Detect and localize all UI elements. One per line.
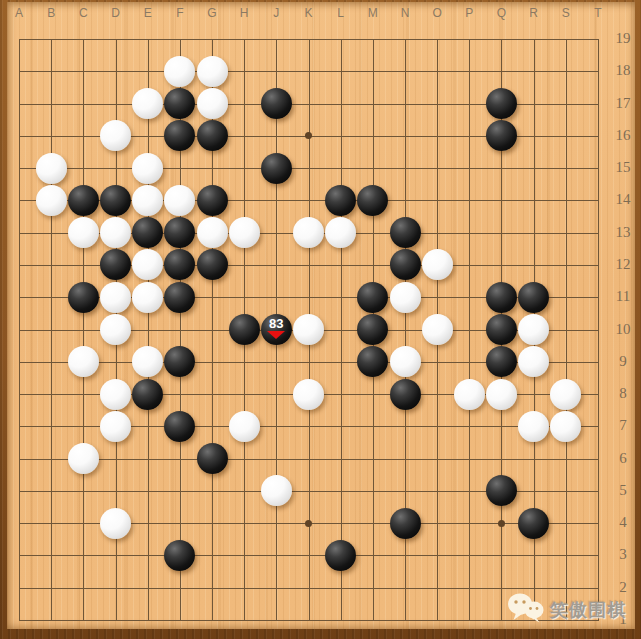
column-label-P: P [457,6,481,20]
column-label-D: D [104,6,128,20]
stone-white-D7 [100,411,131,442]
stone-white-O12 [422,249,453,280]
row-label-15: 15 [608,159,638,176]
column-label-G: G [200,6,224,20]
row-label-7: 7 [608,417,638,434]
stone-black-H10 [229,314,260,345]
last-move-marker [267,331,285,339]
stone-white-B15 [36,153,67,184]
stone-white-K8 [293,379,324,410]
stone-white-D4 [100,508,131,539]
stone-white-E15 [132,153,163,184]
stone-black-J17 [261,88,292,119]
stone-black-G16 [197,120,228,151]
stone-white-H7 [229,411,260,442]
column-label-C: C [71,6,95,20]
stone-white-H13 [229,217,260,248]
stone-white-B14 [36,185,67,216]
row-label-4: 4 [608,514,638,531]
column-label-Q: Q [490,6,514,20]
grid-line-vertical [598,39,599,621]
stone-black-D14 [100,185,131,216]
column-label-A: A [7,6,31,20]
stone-black-C14 [68,185,99,216]
row-label-9: 9 [608,353,638,370]
stone-white-D11 [100,282,131,313]
star-point-K4 [305,520,312,527]
stone-white-S7 [550,411,581,442]
row-label-6: 6 [608,450,638,467]
stone-white-N11 [390,282,421,313]
star-point-Q4 [498,520,505,527]
stone-black-N13 [390,217,421,248]
stone-white-F14 [164,185,195,216]
stone-white-K10 [293,314,324,345]
stone-black-G6 [197,443,228,474]
stone-black-L3 [325,540,356,571]
column-label-R: R [522,6,546,20]
row-label-10: 10 [608,321,638,338]
stone-white-C13 [68,217,99,248]
stone-black-G12 [197,249,228,280]
stone-black-Q10 [486,314,517,345]
column-label-M: M [361,6,385,20]
row-label-8: 8 [608,385,638,402]
stone-white-G13 [197,217,228,248]
grid-line-vertical [341,39,342,621]
row-label-5: 5 [608,482,638,499]
stone-white-C9 [68,346,99,377]
stone-white-E11 [132,282,163,313]
stone-black-J15 [261,153,292,184]
stone-black-R4 [518,508,549,539]
stone-white-E14 [132,185,163,216]
column-label-J: J [264,6,288,20]
row-label-3: 3 [608,546,638,563]
stone-white-C6 [68,443,99,474]
stone-black-M11 [357,282,388,313]
row-label-14: 14 [608,191,638,208]
row-label-12: 12 [608,256,638,273]
column-label-F: F [168,6,192,20]
grid-line-horizontal [19,588,599,589]
grid-line-horizontal [19,555,599,556]
row-label-19: 19 [608,30,638,47]
grid-line-vertical [469,39,470,621]
stone-black-N8 [390,379,421,410]
stone-white-N9 [390,346,421,377]
watermark: 笑傲围棋 [507,592,626,627]
stone-white-K13 [293,217,324,248]
wechat-icon [507,592,544,627]
stone-white-O10 [422,314,453,345]
stone-white-S8 [550,379,581,410]
go-board: ABCDEFGHJKLMNOPQRST191817161514131211109… [0,0,641,639]
column-label-S: S [554,6,578,20]
row-label-16: 16 [608,127,638,144]
stone-white-G17 [197,88,228,119]
stone-white-G18 [197,56,228,87]
column-label-H: H [232,6,256,20]
grid-line-horizontal [19,459,599,460]
stone-black-Q11 [486,282,517,313]
stone-black-J10: 83 [261,314,292,345]
stone-black-F7 [164,411,195,442]
row-label-11: 11 [608,288,638,305]
column-label-L: L [329,6,353,20]
stone-white-E17 [132,88,163,119]
stone-black-F11 [164,282,195,313]
row-label-17: 17 [608,95,638,112]
stone-black-Q17 [486,88,517,119]
stone-white-P8 [454,379,485,410]
stone-black-G14 [197,185,228,216]
stone-black-L14 [325,185,356,216]
stone-white-F18 [164,56,195,87]
column-label-B: B [39,6,63,20]
stone-black-R11 [518,282,549,313]
column-label-T: T [586,6,610,20]
column-label-O: O [425,6,449,20]
stone-white-D8 [100,379,131,410]
grid-line-vertical [566,39,567,621]
stone-black-N12 [390,249,421,280]
move-number-label: 83 [261,316,292,331]
column-label-N: N [393,6,417,20]
stone-black-C11 [68,282,99,313]
stone-black-M14 [357,185,388,216]
row-label-18: 18 [608,62,638,79]
stone-black-E8 [132,379,163,410]
stone-white-D10 [100,314,131,345]
watermark-text: 笑傲围棋 [550,598,626,622]
stone-white-Q8 [486,379,517,410]
row-label-13: 13 [608,224,638,241]
stone-white-J5 [261,475,292,506]
stone-white-D13 [100,217,131,248]
column-label-K: K [297,6,321,20]
stone-white-R7 [518,411,549,442]
stone-black-N4 [390,508,421,539]
stone-white-R10 [518,314,549,345]
column-label-E: E [136,6,160,20]
